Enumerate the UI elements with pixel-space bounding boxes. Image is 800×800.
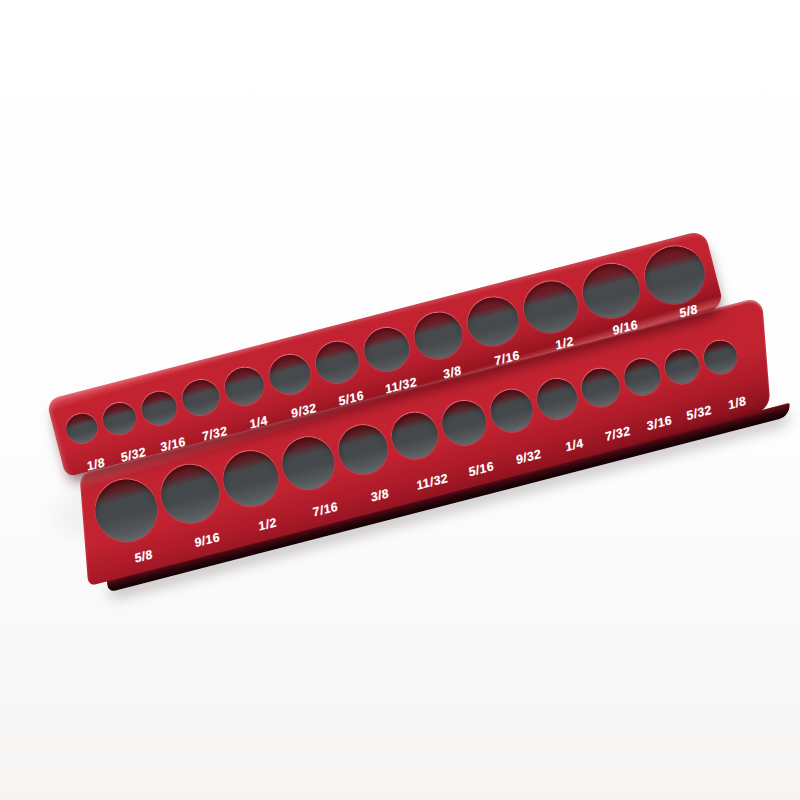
size-label: 5/8 [134,547,154,566]
socket-hole-7-16 [462,292,523,351]
socket-organizer-tray: 1/85/323/167/321/49/325/1611/323/87/161/… [46,220,793,596]
socket-hole-9-32 [486,385,537,436]
socket-hole-1-8 [700,337,740,377]
socket-hole-5-16 [437,396,491,450]
socket-hole-1-4 [220,363,267,409]
socket-hole-3-8 [409,308,467,365]
socket-hole-5-32 [99,399,139,437]
hole-wrap [460,286,524,357]
hole-wrap [576,255,646,327]
socket-hole-7-16 [277,432,340,495]
size-label: 1/8 [728,394,748,413]
socket-hole-11-32 [359,323,413,376]
size-label: 3/8 [370,486,390,505]
socket-hole-7-32 [178,376,223,419]
socket-hole-1-2 [518,275,583,338]
socket-hole-9-32 [265,350,314,398]
hole-wrap [638,238,711,311]
size-label: 1/2 [258,515,278,534]
socket-hole-9-16 [155,459,226,530]
socket-hole-3-16 [620,355,664,399]
socket-hole-7-32 [578,365,624,411]
socket-hole-5-32 [661,346,702,387]
socket-hole-3-16 [138,388,180,429]
socket-hole-1-4 [533,375,582,424]
product-photo-scene: 1/85/323/167/321/49/325/1611/323/87/161/… [0,0,800,800]
socket-hole-1-2 [217,445,284,512]
socket-hole-9-16 [576,258,645,325]
socket-hole-11-32 [387,408,443,464]
socket-hole-5-8 [89,473,165,549]
socket-hole-1-8 [63,410,100,446]
hole-wrap [517,271,584,343]
socket-hole-5-8 [638,240,710,310]
socket-hole-5-16 [311,337,363,387]
size-label: 1/4 [564,436,584,455]
socket-hole-3-8 [333,419,393,479]
